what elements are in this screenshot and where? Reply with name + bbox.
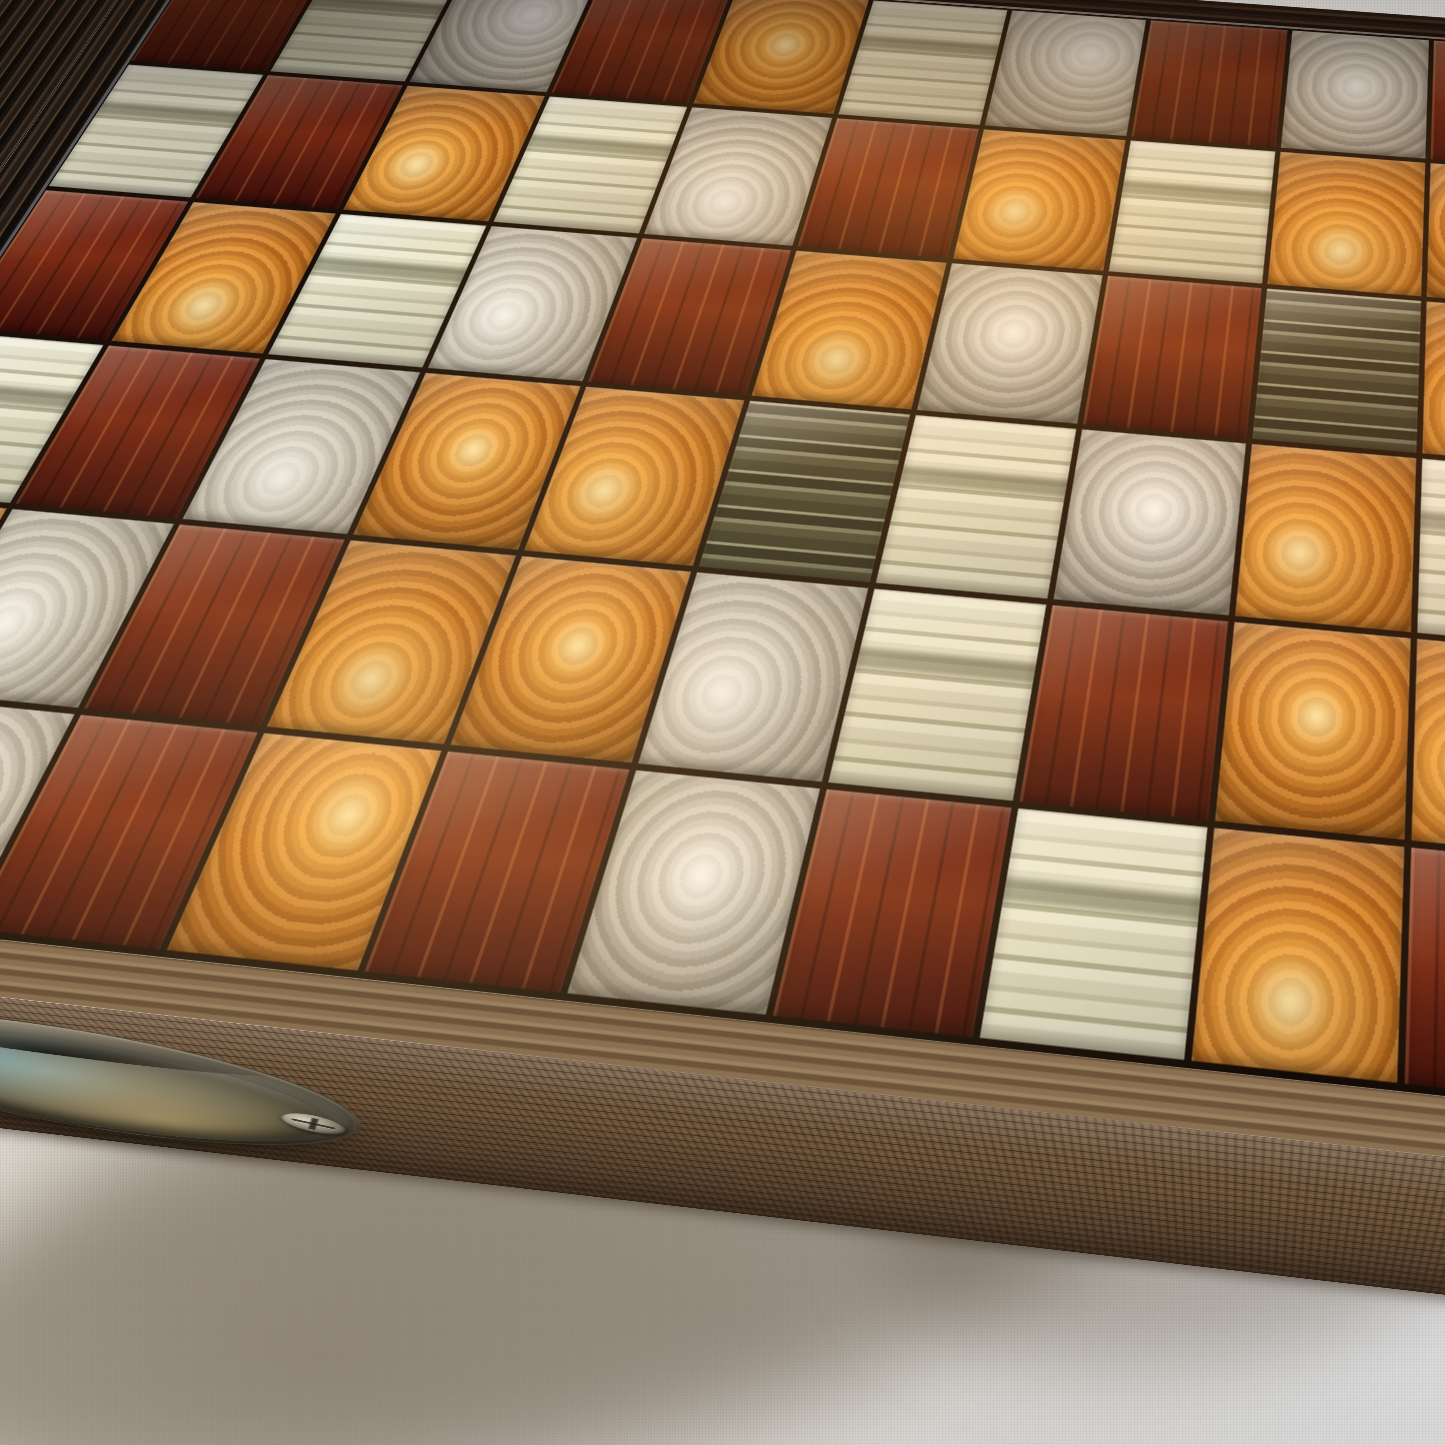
tile-r3c7-S	[916, 263, 1102, 424]
tile-r4c10-G	[1417, 459, 1445, 650]
board-floor	[0, 0, 1445, 1116]
tile-r6c3-M	[0, 715, 257, 949]
tile-r6c9-C	[1191, 828, 1405, 1083]
tile-r1c9-S	[1280, 30, 1429, 158]
tile-grid	[0, 0, 1445, 1116]
tile-r6c7-M	[771, 789, 1011, 1037]
tile-r5c6-S	[638, 572, 868, 781]
mosaic-tray	[0, 0, 1445, 1116]
tile-r4c4-C	[352, 373, 580, 550]
tile-r5c9-C	[1214, 622, 1411, 840]
tile-r4c6-D	[698, 401, 909, 582]
scene	[0, 0, 1445, 1445]
tile-r4c8-S	[1053, 429, 1245, 615]
tile-r5c10-C	[1412, 639, 1445, 860]
tile-r6c6-S	[567, 770, 819, 1014]
tile-r1c7-S	[984, 10, 1146, 136]
tile-r5c5-C	[451, 556, 691, 763]
tile-r4c9-C	[1234, 444, 1416, 632]
tile-r1c6-G	[838, 1, 1006, 125]
tile-r5c4-C	[266, 540, 516, 744]
tile-r3c8-M	[1083, 276, 1261, 438]
tile-r4c7-G	[875, 415, 1076, 599]
tile-r6c10-M	[1405, 848, 1445, 1107]
tile-r6c2-S	[0, 697, 74, 928]
tile-r2c7-C	[952, 129, 1125, 271]
tile-r5c2-S	[0, 509, 174, 708]
tile-r5c3-M	[84, 525, 344, 726]
tile-r1c8-M	[1131, 20, 1287, 147]
tile-r3c10-C	[1422, 302, 1445, 468]
tile-r6c5-M	[365, 752, 629, 993]
tile-r5c1-C	[0, 494, 6, 690]
tile-r6c4-C	[166, 733, 442, 971]
tile-r4c5-C	[524, 387, 744, 566]
tile-r5c7-G	[827, 589, 1046, 801]
tile-r3c9-D	[1252, 289, 1422, 453]
tile-r6c8-G	[979, 808, 1206, 1059]
tile-r2c8-G	[1109, 141, 1275, 284]
tile-r4c1-G	[0, 332, 102, 503]
tile-r2c9-C	[1267, 152, 1426, 297]
tile-r5c8-M	[1019, 605, 1227, 820]
tile-r1c10-M	[1431, 41, 1445, 171]
tile-r2c10-C	[1427, 163, 1445, 309]
